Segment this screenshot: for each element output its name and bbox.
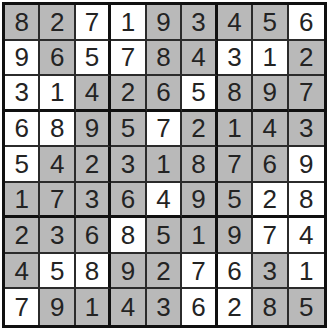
cell-r6c6[interactable]: 9 bbox=[182, 183, 217, 219]
cell-r9c3[interactable]: 1 bbox=[76, 289, 111, 325]
cell-r2c1[interactable]: 9 bbox=[5, 41, 40, 77]
cell-r3c1[interactable]: 3 bbox=[5, 76, 40, 112]
cell-r3c9[interactable]: 7 bbox=[289, 76, 324, 112]
cell-r8c3[interactable]: 8 bbox=[76, 254, 111, 290]
cell-r5c8[interactable]: 6 bbox=[253, 147, 288, 183]
cell-r7c7[interactable]: 9 bbox=[218, 218, 253, 254]
cell-r1c8[interactable]: 5 bbox=[253, 5, 288, 41]
cell-r4c4[interactable]: 5 bbox=[111, 112, 146, 148]
cell-r5c1[interactable]: 5 bbox=[5, 147, 40, 183]
cell-r6c4[interactable]: 6 bbox=[111, 183, 146, 219]
cell-r5c4[interactable]: 3 bbox=[111, 147, 146, 183]
cell-r2c4[interactable]: 7 bbox=[111, 41, 146, 77]
cell-r5c7[interactable]: 7 bbox=[218, 147, 253, 183]
cell-r7c8[interactable]: 7 bbox=[253, 218, 288, 254]
cell-r9c4[interactable]: 4 bbox=[111, 289, 146, 325]
cell-r2c2[interactable]: 6 bbox=[40, 41, 75, 77]
cell-r1c5[interactable]: 9 bbox=[147, 5, 182, 41]
cell-r9c2[interactable]: 9 bbox=[40, 289, 75, 325]
cell-r9c6[interactable]: 6 bbox=[182, 289, 217, 325]
cell-r4c7[interactable]: 1 bbox=[218, 112, 253, 148]
cell-r7c9[interactable]: 4 bbox=[289, 218, 324, 254]
cell-r2c8[interactable]: 1 bbox=[253, 41, 288, 77]
page: 8271934569657843123142658976895721435423… bbox=[0, 0, 329, 330]
cell-r8c9[interactable]: 1 bbox=[289, 254, 324, 290]
cell-r4c5[interactable]: 7 bbox=[147, 112, 182, 148]
cell-r9c1[interactable]: 7 bbox=[5, 289, 40, 325]
cell-r5c6[interactable]: 8 bbox=[182, 147, 217, 183]
cell-r1c3[interactable]: 7 bbox=[76, 5, 111, 41]
cell-r8c5[interactable]: 2 bbox=[147, 254, 182, 290]
cell-r2c5[interactable]: 8 bbox=[147, 41, 182, 77]
cell-r4c8[interactable]: 4 bbox=[253, 112, 288, 148]
cell-r3c6[interactable]: 5 bbox=[182, 76, 217, 112]
cell-r2c7[interactable]: 3 bbox=[218, 41, 253, 77]
cell-r7c3[interactable]: 6 bbox=[76, 218, 111, 254]
cell-r9c8[interactable]: 8 bbox=[253, 289, 288, 325]
cell-r7c6[interactable]: 1 bbox=[182, 218, 217, 254]
cell-r2c6[interactable]: 4 bbox=[182, 41, 217, 77]
cell-r1c1[interactable]: 8 bbox=[5, 5, 40, 41]
cell-r3c3[interactable]: 4 bbox=[76, 76, 111, 112]
cell-r4c3[interactable]: 9 bbox=[76, 112, 111, 148]
cell-r1c6[interactable]: 3 bbox=[182, 5, 217, 41]
cell-r4c2[interactable]: 8 bbox=[40, 112, 75, 148]
cell-r5c3[interactable]: 2 bbox=[76, 147, 111, 183]
cell-r8c1[interactable]: 4 bbox=[5, 254, 40, 290]
cell-r8c6[interactable]: 7 bbox=[182, 254, 217, 290]
cell-r4c9[interactable]: 3 bbox=[289, 112, 324, 148]
cell-r3c7[interactable]: 8 bbox=[218, 76, 253, 112]
cell-r7c1[interactable]: 2 bbox=[5, 218, 40, 254]
cell-r1c7[interactable]: 4 bbox=[218, 5, 253, 41]
cell-r2c9[interactable]: 2 bbox=[289, 41, 324, 77]
cell-r9c7[interactable]: 2 bbox=[218, 289, 253, 325]
cell-r6c9[interactable]: 8 bbox=[289, 183, 324, 219]
cell-r8c8[interactable]: 3 bbox=[253, 254, 288, 290]
cell-r4c6[interactable]: 2 bbox=[182, 112, 217, 148]
cell-r6c7[interactable]: 5 bbox=[218, 183, 253, 219]
cell-r7c2[interactable]: 3 bbox=[40, 218, 75, 254]
cell-r3c8[interactable]: 9 bbox=[253, 76, 288, 112]
cell-r6c1[interactable]: 1 bbox=[5, 183, 40, 219]
cell-r7c5[interactable]: 5 bbox=[147, 218, 182, 254]
cell-r3c5[interactable]: 6 bbox=[147, 76, 182, 112]
cell-r3c2[interactable]: 1 bbox=[40, 76, 75, 112]
cell-r1c2[interactable]: 2 bbox=[40, 5, 75, 41]
cell-r1c9[interactable]: 6 bbox=[289, 5, 324, 41]
cell-r6c5[interactable]: 4 bbox=[147, 183, 182, 219]
cell-r4c1[interactable]: 6 bbox=[5, 112, 40, 148]
cell-r3c4[interactable]: 2 bbox=[111, 76, 146, 112]
cell-r2c3[interactable]: 5 bbox=[76, 41, 111, 77]
cell-r8c7[interactable]: 6 bbox=[218, 254, 253, 290]
cell-r7c4[interactable]: 8 bbox=[111, 218, 146, 254]
cell-r6c3[interactable]: 3 bbox=[76, 183, 111, 219]
cell-r9c5[interactable]: 3 bbox=[147, 289, 182, 325]
cell-r6c8[interactable]: 2 bbox=[253, 183, 288, 219]
cell-r5c2[interactable]: 4 bbox=[40, 147, 75, 183]
cell-r8c4[interactable]: 9 bbox=[111, 254, 146, 290]
cell-r5c9[interactable]: 9 bbox=[289, 147, 324, 183]
cell-r6c2[interactable]: 7 bbox=[40, 183, 75, 219]
cell-r5c5[interactable]: 1 bbox=[147, 147, 182, 183]
cell-r8c2[interactable]: 5 bbox=[40, 254, 75, 290]
sudoku-board: 8271934569657843123142658976895721435423… bbox=[2, 2, 327, 328]
cell-r9c9[interactable]: 5 bbox=[289, 289, 324, 325]
cell-r1c4[interactable]: 1 bbox=[111, 5, 146, 41]
